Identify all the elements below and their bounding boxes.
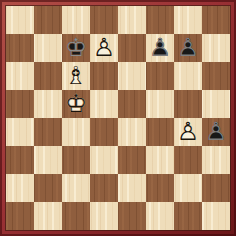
square-e7[interactable] xyxy=(118,34,146,62)
square-d3[interactable] xyxy=(90,146,118,174)
square-d6[interactable] xyxy=(90,62,118,90)
square-c6[interactable]: ♝♗ xyxy=(62,62,90,90)
square-g7[interactable]: ♟♙ xyxy=(174,34,202,62)
square-a1[interactable] xyxy=(6,202,34,230)
square-b4[interactable] xyxy=(34,118,62,146)
square-h5[interactable] xyxy=(202,90,230,118)
square-h7[interactable] xyxy=(202,34,230,62)
square-b7[interactable] xyxy=(34,34,62,62)
chess-diagram: ♚♔♟♙♟♙♟♙♝♗♚♔♟♙♟♙ xyxy=(0,0,236,236)
square-a2[interactable] xyxy=(6,174,34,202)
square-a5[interactable] xyxy=(6,90,34,118)
square-h4[interactable]: ♟♙ xyxy=(202,118,230,146)
square-c3[interactable] xyxy=(62,146,90,174)
square-f1[interactable] xyxy=(146,202,174,230)
piece-outline-layer: ♙ xyxy=(90,34,118,62)
square-d2[interactable] xyxy=(90,174,118,202)
piece-outline-layer: ♙ xyxy=(174,118,202,146)
square-e4[interactable] xyxy=(118,118,146,146)
white-king-icon: ♚♔ xyxy=(62,90,90,118)
square-g1[interactable] xyxy=(174,202,202,230)
square-d4[interactable] xyxy=(90,118,118,146)
square-a6[interactable] xyxy=(6,62,34,90)
white-pawn-icon: ♟♙ xyxy=(90,34,118,62)
square-g3[interactable] xyxy=(174,146,202,174)
square-h1[interactable] xyxy=(202,202,230,230)
square-h6[interactable] xyxy=(202,62,230,90)
square-b3[interactable] xyxy=(34,146,62,174)
square-f7[interactable]: ♟♙ xyxy=(146,34,174,62)
square-c7[interactable]: ♚♔ xyxy=(62,34,90,62)
piece-outline-layer: ♙ xyxy=(174,34,202,62)
square-a7[interactable] xyxy=(6,34,34,62)
square-c4[interactable] xyxy=(62,118,90,146)
square-e3[interactable] xyxy=(118,146,146,174)
square-f8[interactable] xyxy=(146,6,174,34)
square-d1[interactable] xyxy=(90,202,118,230)
square-g5[interactable] xyxy=(174,90,202,118)
square-c8[interactable] xyxy=(62,6,90,34)
board-frame: ♚♔♟♙♟♙♟♙♝♗♚♔♟♙♟♙ xyxy=(0,0,236,236)
square-c5[interactable]: ♚♔ xyxy=(62,90,90,118)
black-pawn-icon: ♟♙ xyxy=(146,34,174,62)
square-f3[interactable] xyxy=(146,146,174,174)
piece-outline-layer: ♔ xyxy=(62,90,90,118)
piece-outline-layer: ♔ xyxy=(62,34,90,62)
square-e5[interactable] xyxy=(118,90,146,118)
square-g2[interactable] xyxy=(174,174,202,202)
white-pawn-icon: ♟♙ xyxy=(174,118,202,146)
chess-board: ♚♔♟♙♟♙♟♙♝♗♚♔♟♙♟♙ xyxy=(6,6,230,230)
square-d8[interactable] xyxy=(90,6,118,34)
square-e6[interactable] xyxy=(118,62,146,90)
square-f4[interactable] xyxy=(146,118,174,146)
square-f2[interactable] xyxy=(146,174,174,202)
square-f6[interactable] xyxy=(146,62,174,90)
white-bishop-icon: ♝♗ xyxy=(62,62,90,90)
square-c2[interactable] xyxy=(62,174,90,202)
square-a4[interactable] xyxy=(6,118,34,146)
square-h8[interactable] xyxy=(202,6,230,34)
square-d5[interactable] xyxy=(90,90,118,118)
square-g8[interactable] xyxy=(174,6,202,34)
square-g6[interactable] xyxy=(174,62,202,90)
square-e8[interactable] xyxy=(118,6,146,34)
piece-outline-layer: ♙ xyxy=(202,118,230,146)
square-b8[interactable] xyxy=(34,6,62,34)
square-h3[interactable] xyxy=(202,146,230,174)
square-c1[interactable] xyxy=(62,202,90,230)
black-pawn-icon: ♟♙ xyxy=(174,34,202,62)
square-g4[interactable]: ♟♙ xyxy=(174,118,202,146)
black-king-icon: ♚♔ xyxy=(62,34,90,62)
square-e1[interactable] xyxy=(118,202,146,230)
piece-outline-layer: ♗ xyxy=(62,62,90,90)
square-e2[interactable] xyxy=(118,174,146,202)
black-pawn-icon: ♟♙ xyxy=(202,118,230,146)
square-a3[interactable] xyxy=(6,146,34,174)
piece-outline-layer: ♙ xyxy=(146,34,174,62)
square-b2[interactable] xyxy=(34,174,62,202)
square-b6[interactable] xyxy=(34,62,62,90)
square-h2[interactable] xyxy=(202,174,230,202)
square-b5[interactable] xyxy=(34,90,62,118)
square-f5[interactable] xyxy=(146,90,174,118)
square-d7[interactable]: ♟♙ xyxy=(90,34,118,62)
square-a8[interactable] xyxy=(6,6,34,34)
square-b1[interactable] xyxy=(34,202,62,230)
